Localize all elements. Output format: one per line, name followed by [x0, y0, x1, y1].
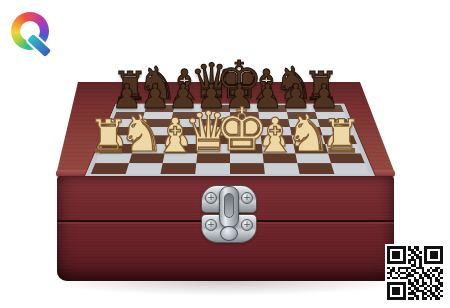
board-square [315, 112, 346, 119]
board-square [264, 163, 300, 173]
clasp-catch-knob [220, 226, 238, 241]
board-square [295, 153, 331, 163]
board-square [163, 153, 198, 163]
board-square [142, 112, 173, 119]
board-square [91, 163, 129, 173]
board-square [230, 105, 258, 112]
board-square [99, 144, 135, 153]
board-square [145, 105, 175, 112]
board-square [230, 144, 263, 153]
board-square [258, 112, 288, 119]
board-square [137, 127, 170, 135]
board-square [230, 163, 265, 173]
board-square [259, 119, 290, 127]
qr-module [440, 297, 443, 300]
board-square [260, 127, 292, 135]
board-square [196, 153, 230, 163]
board-square [198, 135, 230, 144]
board-square [135, 135, 169, 144]
board-square [126, 163, 163, 173]
board-square [195, 163, 230, 173]
board-square [318, 119, 350, 127]
board-square [113, 112, 144, 119]
board-square [230, 135, 262, 144]
screw-icon: + [241, 192, 253, 204]
board-square [261, 135, 294, 144]
board-square [287, 112, 318, 119]
board-square [331, 163, 369, 173]
board-square [325, 144, 361, 153]
board-square [230, 127, 261, 135]
board-square [230, 112, 259, 119]
board-square [160, 163, 196, 173]
board-square [263, 153, 298, 163]
board-square [103, 135, 137, 144]
chess-board [85, 103, 375, 176]
clasp-latch: + + + + [201, 185, 255, 243]
board-square [230, 153, 264, 163]
board-square [200, 119, 230, 127]
board-grid [91, 105, 369, 174]
board-square [107, 127, 140, 135]
board-square [285, 105, 315, 112]
clasp-tongue [219, 186, 239, 228]
board-square [95, 153, 132, 163]
board-square [173, 105, 202, 112]
board-square [320, 127, 353, 135]
board-square [168, 127, 200, 135]
screw-icon: + [241, 219, 253, 231]
clasp-tongue-slot [224, 193, 234, 218]
board-square [288, 119, 320, 127]
board-square [328, 153, 365, 163]
board-square [202, 105, 230, 112]
board-square [170, 119, 201, 127]
screw-icon: + [205, 192, 217, 204]
board-square [293, 144, 328, 153]
board-square [140, 119, 172, 127]
board-square [167, 135, 200, 144]
screw-icon: + [205, 219, 217, 231]
board-square [201, 112, 230, 119]
board-square [258, 105, 287, 112]
board-square [199, 127, 230, 135]
board-square [297, 163, 334, 173]
rainbow-q-logo [11, 12, 57, 56]
board-square [116, 105, 147, 112]
board-square [230, 119, 260, 127]
board-square [197, 144, 230, 153]
board-square [172, 112, 202, 119]
board-square [129, 153, 165, 163]
board-square [132, 144, 167, 153]
board-square [262, 144, 296, 153]
board-square [290, 127, 323, 135]
board-square [313, 105, 344, 112]
board-square [110, 119, 142, 127]
board-square [323, 135, 357, 144]
board-square [292, 135, 326, 144]
qr-code [385, 244, 445, 302]
product-photo: { "game": "chess", "scene": "wooden trav… [0, 0, 450, 308]
board-square [165, 144, 199, 153]
